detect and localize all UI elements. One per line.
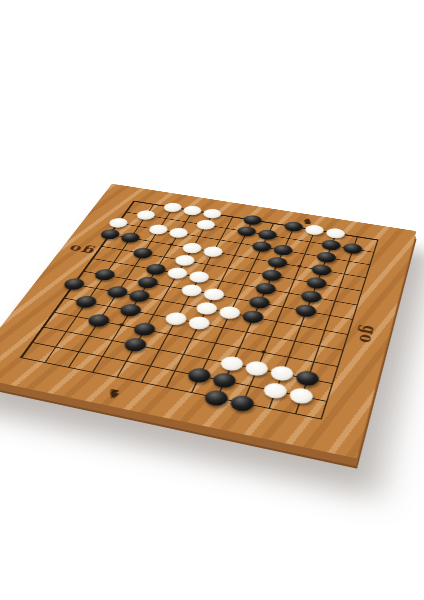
white-stone — [194, 301, 220, 316]
white-stone — [107, 217, 131, 229]
white-stone — [163, 311, 189, 327]
black-stone — [104, 285, 130, 300]
black-stone — [210, 371, 238, 389]
white-stone — [194, 219, 217, 231]
black-stone — [131, 321, 158, 337]
product-photo-scene[interactable]: go go ♞ ♞ — [0, 0, 424, 600]
white-stone — [147, 223, 170, 235]
black-stone — [256, 229, 279, 241]
black-stone — [294, 303, 319, 318]
black-stone — [240, 309, 265, 325]
black-stone — [118, 231, 142, 244]
white-stone — [217, 305, 243, 320]
black-stone — [92, 268, 118, 282]
board-tilt-wrapper: go go ♞ ♞ — [0, 184, 416, 459]
white-stone — [268, 364, 295, 382]
white-stone — [201, 287, 226, 302]
white-stone — [304, 224, 326, 236]
star-point — [261, 350, 267, 354]
black-stone — [315, 251, 338, 264]
star-point — [169, 243, 174, 246]
black-stone — [250, 240, 273, 253]
black-stone — [299, 289, 323, 304]
white-stone — [134, 209, 157, 221]
white-stone — [173, 254, 197, 267]
knight-logo-icon-bottom: ♞ — [103, 387, 124, 401]
white-stone — [218, 355, 245, 373]
black-stone — [131, 247, 155, 260]
go-board: go go ♞ ♞ — [0, 184, 416, 459]
black-stone — [235, 225, 258, 237]
star-point — [297, 265, 302, 268]
white-stone — [187, 270, 212, 284]
white-stone — [261, 381, 289, 400]
star-point — [118, 323, 124, 327]
go-side-label-left: go — [65, 243, 96, 257]
white-stone — [186, 315, 212, 331]
white-stone — [167, 227, 190, 239]
black-stone — [85, 313, 112, 329]
white-stone — [243, 360, 270, 378]
black-stone — [260, 268, 284, 282]
white-stone — [165, 266, 190, 280]
black-stone — [320, 239, 342, 252]
black-stone — [266, 256, 289, 269]
white-stone — [181, 205, 203, 217]
black-stone — [121, 336, 149, 353]
black-stone — [305, 276, 329, 290]
black-stone — [228, 394, 257, 413]
board-grid — [20, 201, 379, 420]
black-stone — [342, 242, 364, 255]
white-stone — [179, 283, 204, 298]
black-stone — [185, 366, 213, 384]
black-stone — [126, 289, 152, 304]
black-stone — [310, 263, 333, 277]
white-stone — [161, 202, 183, 213]
white-stone — [180, 242, 204, 255]
white-stone — [201, 245, 225, 258]
white-stone — [201, 208, 223, 220]
black-stone — [61, 277, 87, 291]
black-stone — [247, 295, 272, 310]
black-stone — [117, 303, 144, 318]
black-stone — [135, 275, 160, 289]
black-stone — [202, 389, 231, 408]
white-stone — [287, 386, 315, 405]
white-stone — [325, 227, 347, 239]
black-stone — [98, 228, 122, 240]
black-stone — [294, 369, 321, 387]
black-stone — [272, 244, 295, 257]
go-side-label-right: go — [355, 324, 380, 345]
black-stone — [253, 281, 277, 295]
black-stone — [143, 263, 168, 277]
black-stone — [73, 294, 100, 309]
black-stone — [241, 214, 263, 226]
